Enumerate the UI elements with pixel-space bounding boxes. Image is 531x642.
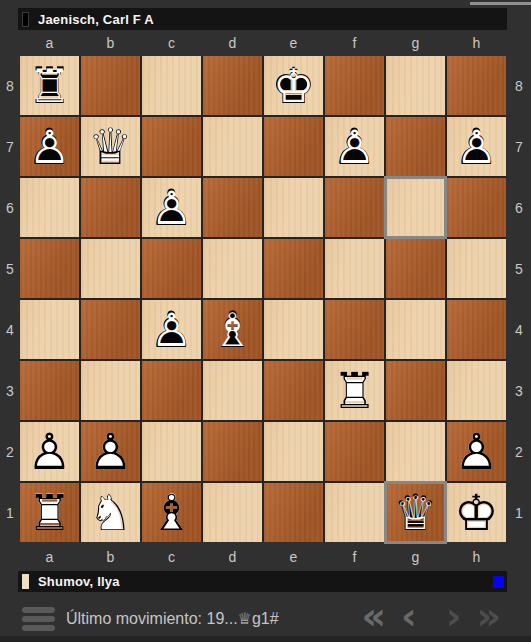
file-label-b: b <box>81 31 140 55</box>
last-move-text: Último movimiento: 19...♕g1# <box>66 609 279 628</box>
rank-label-1: 1 <box>0 483 20 542</box>
file-label-a: a <box>20 31 79 55</box>
square-g3[interactable] <box>386 361 445 420</box>
bottom-edge <box>0 636 531 642</box>
square-b4[interactable] <box>81 300 140 359</box>
square-a8[interactable]: ♜♖ <box>20 56 79 115</box>
file-label-e: e <box>264 545 323 569</box>
file-label-h: h <box>447 545 506 569</box>
piece-black-pawn: ♟♙ <box>325 117 384 176</box>
piece-black-pawn: ♟♙ <box>142 300 201 359</box>
square-a2[interactable]: ♟♙ <box>20 422 79 481</box>
piece-black-pawn: ♟♙ <box>447 117 506 176</box>
file-label-g: g <box>386 545 445 569</box>
square-f4[interactable] <box>325 300 384 359</box>
black-player-bar: Jaenisch, Carl F A <box>18 8 507 30</box>
black-color-marker <box>22 12 29 27</box>
square-c7[interactable] <box>142 117 201 176</box>
blue-status-indicator <box>493 576 504 588</box>
square-f8[interactable] <box>325 56 384 115</box>
square-g4[interactable] <box>386 300 445 359</box>
rank-label-4: 4 <box>508 300 530 359</box>
square-e5[interactable] <box>264 239 323 298</box>
square-h5[interactable] <box>447 239 506 298</box>
piece-black-pawn: ♟♙ <box>20 117 79 176</box>
piece-black-king: ♚♔ <box>264 56 323 115</box>
square-e8[interactable]: ♚♔ <box>264 56 323 115</box>
file-labels-top: abcdefgh <box>20 31 506 55</box>
nav-last-button[interactable]: » <box>476 597 501 635</box>
square-e6[interactable] <box>264 178 323 237</box>
rank-label-2: 2 <box>508 422 530 481</box>
piece-white-queen: ♛♕ <box>81 117 140 176</box>
piece-black-rook: ♜♖ <box>20 56 79 115</box>
square-b1[interactable]: ♞♘ <box>81 483 140 542</box>
square-g1[interactable]: ♛♕ <box>386 483 445 542</box>
piece-black-bishop: ♝♗ <box>203 300 262 359</box>
square-c8[interactable] <box>142 56 201 115</box>
white-player-name: Shumov, Ilya <box>38 574 120 589</box>
square-b7[interactable]: ♛♕ <box>81 117 140 176</box>
square-f2[interactable] <box>325 422 384 481</box>
square-a6[interactable] <box>20 178 79 237</box>
square-c4[interactable]: ♟♙ <box>142 300 201 359</box>
square-d6[interactable] <box>203 178 262 237</box>
rank-label-1: 1 <box>508 483 530 542</box>
square-h2[interactable]: ♟♙ <box>447 422 506 481</box>
file-labels-bottom: abcdefgh <box>20 545 506 569</box>
square-c3[interactable] <box>142 361 201 420</box>
rank-label-7: 7 <box>508 117 530 176</box>
square-g2[interactable] <box>386 422 445 481</box>
piece-black-pawn: ♟♙ <box>142 178 201 237</box>
rank-label-5: 5 <box>0 239 20 298</box>
square-h4[interactable] <box>447 300 506 359</box>
square-f7[interactable]: ♟♙ <box>325 117 384 176</box>
square-b2[interactable]: ♟♙ <box>81 422 140 481</box>
square-d3[interactable] <box>203 361 262 420</box>
piece-white-pawn: ♟♙ <box>447 422 506 481</box>
file-label-e: e <box>264 31 323 55</box>
rank-labels-left: 87654321 <box>0 56 20 542</box>
file-label-d: d <box>203 31 262 55</box>
rank-label-3: 3 <box>508 361 530 420</box>
scrollbar-sliver[interactable] <box>470 2 531 5</box>
square-a4[interactable] <box>20 300 79 359</box>
square-c6[interactable]: ♟♙ <box>142 178 201 237</box>
square-c1[interactable]: ♝♗ <box>142 483 201 542</box>
piece-white-rook: ♜♖ <box>325 361 384 420</box>
nav-next-button[interactable]: › <box>446 597 462 635</box>
rank-label-6: 6 <box>0 178 20 237</box>
square-b5[interactable] <box>81 239 140 298</box>
black-player-name: Jaenisch, Carl F A <box>38 12 154 27</box>
square-e3[interactable] <box>264 361 323 420</box>
square-e7[interactable] <box>264 117 323 176</box>
board: ♜♖♚♔♟♙♛♕♟♙♟♙♟♙♟♙♝♗♜♖♟♙♟♙♟♙♜♖♞♘♝♗♛♕♚♔ <box>20 56 506 542</box>
white-player-bar: Shumov, Ilya <box>18 571 507 592</box>
piece-white-knight: ♞♘ <box>81 483 140 542</box>
square-d4[interactable]: ♝♗ <box>203 300 262 359</box>
square-a3[interactable] <box>20 361 79 420</box>
file-label-d: d <box>203 545 262 569</box>
square-e4[interactable] <box>264 300 323 359</box>
file-label-c: c <box>142 545 201 569</box>
square-h7[interactable]: ♟♙ <box>447 117 506 176</box>
square-f5[interactable] <box>325 239 384 298</box>
rank-label-8: 8 <box>0 56 20 115</box>
file-label-f: f <box>325 545 384 569</box>
square-d8[interactable] <box>203 56 262 115</box>
file-label-f: f <box>325 31 384 55</box>
square-f3[interactable]: ♜♖ <box>325 361 384 420</box>
square-h3[interactable] <box>447 361 506 420</box>
rank-label-2: 2 <box>0 422 20 481</box>
square-h8[interactable] <box>447 56 506 115</box>
square-b6[interactable] <box>81 178 140 237</box>
status-bar: Último movimiento: 19...♕g1# « ‹ › » <box>0 592 531 638</box>
square-d2[interactable] <box>203 422 262 481</box>
file-label-b: b <box>81 545 140 569</box>
move-navigation: « ‹ › » <box>362 594 501 638</box>
square-d5[interactable] <box>203 239 262 298</box>
square-f6[interactable] <box>325 178 384 237</box>
rank-label-7: 7 <box>0 117 20 176</box>
square-h1[interactable]: ♚♔ <box>447 483 506 542</box>
square-g7[interactable] <box>386 117 445 176</box>
rank-label-5: 5 <box>508 239 530 298</box>
square-e2[interactable] <box>264 422 323 481</box>
piece-white-rook: ♜♖ <box>20 483 79 542</box>
nav-first-button[interactable]: « <box>362 597 387 635</box>
square-e1[interactable] <box>264 483 323 542</box>
square-a1[interactable]: ♜♖ <box>20 483 79 542</box>
rank-label-8: 8 <box>508 56 530 115</box>
file-label-a: a <box>20 545 79 569</box>
square-a7[interactable]: ♟♙ <box>20 117 79 176</box>
piece-white-bishop: ♝♗ <box>142 483 201 542</box>
square-g6[interactable] <box>386 178 445 237</box>
rank-label-4: 4 <box>0 300 20 359</box>
square-g5[interactable] <box>386 239 445 298</box>
square-d1[interactable] <box>203 483 262 542</box>
piece-white-king: ♚♔ <box>447 483 506 542</box>
square-f1[interactable] <box>325 483 384 542</box>
square-h6[interactable] <box>447 178 506 237</box>
piece-black-queen: ♛♕ <box>386 483 445 542</box>
square-b8[interactable] <box>81 56 140 115</box>
rank-labels-right: 87654321 <box>508 56 530 542</box>
file-label-h: h <box>447 31 506 55</box>
piece-white-pawn: ♟♙ <box>81 422 140 481</box>
rank-label-3: 3 <box>0 361 20 420</box>
piece-white-pawn: ♟♙ <box>20 422 79 481</box>
white-color-marker <box>22 574 29 589</box>
rank-label-6: 6 <box>508 178 530 237</box>
square-b3[interactable] <box>81 361 140 420</box>
file-label-c: c <box>142 31 201 55</box>
file-label-g: g <box>386 31 445 55</box>
square-a5[interactable] <box>20 239 79 298</box>
square-c5[interactable] <box>142 239 201 298</box>
square-g8[interactable] <box>386 56 445 115</box>
square-c2[interactable] <box>142 422 201 481</box>
menu-icon[interactable] <box>22 607 55 631</box>
square-d7[interactable] <box>203 117 262 176</box>
nav-prev-button[interactable]: ‹ <box>401 597 417 635</box>
